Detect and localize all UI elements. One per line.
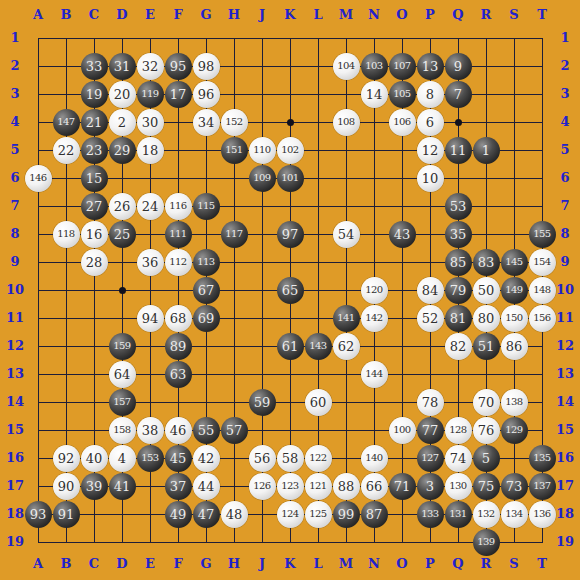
column-label: F <box>164 556 192 572</box>
column-label: S <box>500 556 528 572</box>
move-number: 73 <box>506 480 523 493</box>
move-number: 65 <box>282 284 299 297</box>
move-number: 14 <box>366 88 383 101</box>
column-label: D <box>108 7 136 23</box>
move-number: 11 <box>450 144 467 157</box>
move-number: 147 <box>57 117 74 127</box>
move-number: 39 <box>86 480 103 493</box>
move-number: 25 <box>114 228 131 241</box>
stone-white-98: 98 <box>193 53 220 80</box>
stone-white-146: 146 <box>25 165 52 192</box>
column-label: P <box>416 7 444 23</box>
stone-black-137: 137 <box>529 473 556 500</box>
stone-black-77: 77 <box>417 417 444 444</box>
move-number: 134 <box>505 509 522 519</box>
stone-black-85: 85 <box>445 249 472 276</box>
move-number: 12 <box>422 144 439 157</box>
column-label: G <box>192 556 220 572</box>
stone-white-74: 74 <box>445 445 472 472</box>
stone-white-48: 48 <box>221 501 248 528</box>
move-number: 137 <box>533 481 550 491</box>
move-number: 71 <box>394 480 411 493</box>
move-number: 146 <box>29 173 46 183</box>
move-number: 42 <box>198 452 215 465</box>
stone-black-113: 113 <box>193 249 220 276</box>
move-number: 116 <box>169 201 186 211</box>
stone-black-9: 9 <box>445 53 472 80</box>
stone-black-51: 51 <box>473 333 500 360</box>
stone-black-1: 1 <box>473 137 500 164</box>
move-number: 90 <box>58 480 75 493</box>
move-number: 31 <box>114 60 131 73</box>
column-label: K <box>276 7 304 23</box>
move-number: 51 <box>478 340 495 353</box>
stone-white-121: 121 <box>305 473 332 500</box>
move-number: 126 <box>253 481 270 491</box>
move-number: 32 <box>142 60 159 73</box>
stone-black-147: 147 <box>53 109 80 136</box>
column-label: H <box>220 556 248 572</box>
stone-white-106: 106 <box>389 109 416 136</box>
column-label: F <box>164 7 192 23</box>
stone-black-55: 55 <box>193 417 220 444</box>
move-number: 93 <box>30 508 47 521</box>
move-number: 19 <box>86 88 103 101</box>
stone-black-115: 115 <box>193 193 220 220</box>
stone-white-58: 58 <box>277 445 304 472</box>
move-number: 150 <box>505 313 522 323</box>
stone-black-19: 19 <box>81 81 108 108</box>
stone-black-49: 49 <box>165 501 192 528</box>
column-label: C <box>80 556 108 572</box>
move-number: 98 <box>198 60 215 73</box>
stone-black-39: 39 <box>81 473 108 500</box>
move-number: 133 <box>421 509 438 519</box>
move-number: 159 <box>113 341 130 351</box>
stone-white-50: 50 <box>473 277 500 304</box>
stone-black-127: 127 <box>417 445 444 472</box>
stone-black-83: 83 <box>473 249 500 276</box>
move-number: 26 <box>114 200 131 213</box>
move-number: 85 <box>450 256 467 269</box>
stone-black-151: 151 <box>221 137 248 164</box>
stone-black-7: 7 <box>445 81 472 108</box>
stone-white-36: 36 <box>137 249 164 276</box>
move-number: 138 <box>505 397 522 407</box>
column-label: T <box>528 556 556 572</box>
stone-black-11: 11 <box>445 137 472 164</box>
stone-white-34: 34 <box>193 109 220 136</box>
move-number: 103 <box>365 61 382 71</box>
move-number: 23 <box>86 144 103 157</box>
move-number: 17 <box>170 88 187 101</box>
move-number: 49 <box>170 508 187 521</box>
column-label: B <box>52 7 80 23</box>
move-number: 7 <box>454 88 462 101</box>
stone-black-93: 93 <box>25 501 52 528</box>
stone-black-25: 25 <box>109 221 136 248</box>
column-label: R <box>472 556 500 572</box>
move-number: 157 <box>113 397 130 407</box>
stone-white-142: 142 <box>361 305 388 332</box>
move-number: 130 <box>449 481 466 491</box>
move-number: 131 <box>449 509 466 519</box>
move-number: 37 <box>170 480 187 493</box>
stone-black-47: 47 <box>193 501 220 528</box>
move-number: 47 <box>198 508 215 521</box>
move-number: 61 <box>282 340 299 353</box>
stone-white-148: 148 <box>529 277 556 304</box>
move-number: 127 <box>421 453 438 463</box>
move-number: 154 <box>533 257 550 267</box>
stone-white-156: 156 <box>529 305 556 332</box>
column-label: L <box>304 556 332 572</box>
stone-black-79: 79 <box>445 277 472 304</box>
move-number: 135 <box>533 453 550 463</box>
stone-black-159: 159 <box>109 333 136 360</box>
stone-white-16: 16 <box>81 221 108 248</box>
move-number: 36 <box>142 256 159 269</box>
move-number: 74 <box>450 452 467 465</box>
move-number: 62 <box>338 340 355 353</box>
stone-black-91: 91 <box>53 501 80 528</box>
move-number: 54 <box>338 228 355 241</box>
stones-grid: 1234567891011121314151617181920212223242… <box>24 24 556 556</box>
column-label: B <box>52 556 80 572</box>
stone-white-66: 66 <box>361 473 388 500</box>
stone-white-54: 54 <box>333 221 360 248</box>
move-number: 66 <box>366 480 383 493</box>
stone-white-2: 2 <box>109 109 136 136</box>
move-number: 48 <box>226 508 243 521</box>
move-number: 57 <box>226 424 243 437</box>
move-number: 142 <box>365 313 382 323</box>
move-number: 82 <box>450 340 467 353</box>
move-number: 136 <box>533 509 550 519</box>
move-number: 50 <box>478 284 495 297</box>
column-label: D <box>108 556 136 572</box>
column-label: L <box>304 7 332 23</box>
column-label: P <box>416 556 444 572</box>
stone-black-111: 111 <box>165 221 192 248</box>
move-number: 158 <box>113 425 130 435</box>
stone-black-153: 153 <box>137 445 164 472</box>
stone-white-46: 46 <box>165 417 192 444</box>
stone-black-149: 149 <box>501 277 528 304</box>
stone-black-117: 117 <box>221 221 248 248</box>
stone-black-107: 107 <box>389 53 416 80</box>
move-number: 22 <box>58 144 75 157</box>
move-number: 121 <box>309 481 326 491</box>
stone-white-6: 6 <box>417 109 444 136</box>
move-number: 27 <box>86 200 103 213</box>
move-number: 81 <box>450 312 467 325</box>
move-number: 21 <box>86 116 103 129</box>
stone-black-81: 81 <box>445 305 472 332</box>
move-number: 68 <box>170 312 187 325</box>
move-number: 145 <box>505 257 522 267</box>
stone-black-41: 41 <box>109 473 136 500</box>
stone-white-30: 30 <box>137 109 164 136</box>
stone-white-130: 130 <box>445 473 472 500</box>
stone-white-158: 158 <box>109 417 136 444</box>
stone-white-44: 44 <box>193 473 220 500</box>
stone-white-144: 144 <box>361 361 388 388</box>
move-number: 105 <box>393 89 410 99</box>
stone-white-140: 140 <box>361 445 388 472</box>
stone-black-95: 95 <box>165 53 192 80</box>
stone-white-86: 86 <box>501 333 528 360</box>
move-number: 118 <box>57 229 74 239</box>
stone-white-154: 154 <box>529 249 556 276</box>
column-label: J <box>248 7 276 23</box>
stone-white-56: 56 <box>249 445 276 472</box>
stone-white-24: 24 <box>137 193 164 220</box>
move-number: 92 <box>58 452 75 465</box>
stone-white-96: 96 <box>193 81 220 108</box>
column-labels-bottom: ABCDEFGHJKLMNOPQRST <box>24 556 556 572</box>
stone-white-28: 28 <box>81 249 108 276</box>
stone-white-92: 92 <box>53 445 80 472</box>
stone-black-63: 63 <box>165 361 192 388</box>
stone-black-61: 61 <box>277 333 304 360</box>
move-number: 80 <box>478 312 495 325</box>
move-number: 56 <box>254 452 271 465</box>
stone-white-90: 90 <box>53 473 80 500</box>
move-number: 2 <box>118 116 126 129</box>
stone-white-138: 138 <box>501 389 528 416</box>
move-number: 46 <box>170 424 187 437</box>
stone-white-100: 100 <box>389 417 416 444</box>
stone-black-17: 17 <box>165 81 192 108</box>
stone-white-152: 152 <box>221 109 248 136</box>
stone-black-29: 29 <box>109 137 136 164</box>
move-number: 30 <box>142 116 159 129</box>
move-number: 143 <box>309 341 326 351</box>
move-number: 43 <box>394 228 411 241</box>
move-number: 44 <box>198 480 215 493</box>
move-number: 15 <box>86 172 103 185</box>
move-number: 8 <box>426 88 434 101</box>
move-number: 117 <box>225 229 242 239</box>
column-label: N <box>360 556 388 572</box>
move-number: 102 <box>281 145 298 155</box>
column-label: O <box>388 556 416 572</box>
stone-black-105: 105 <box>389 81 416 108</box>
move-number: 69 <box>198 312 215 325</box>
move-number: 64 <box>114 368 131 381</box>
column-label: M <box>332 556 360 572</box>
move-number: 76 <box>478 424 495 437</box>
stone-black-131: 131 <box>445 501 472 528</box>
column-label: N <box>360 7 388 23</box>
stone-black-33: 33 <box>81 53 108 80</box>
go-board: ABCDEFGHJKLMNOPQRST ABCDEFGHJKLMNOPQRST … <box>0 0 580 580</box>
stone-black-67: 67 <box>193 277 220 304</box>
stone-black-21: 21 <box>81 109 108 136</box>
column-label: T <box>528 7 556 23</box>
stone-white-102: 102 <box>277 137 304 164</box>
move-number: 40 <box>86 452 103 465</box>
move-number: 122 <box>309 453 326 463</box>
move-number: 129 <box>505 425 522 435</box>
move-number: 106 <box>393 117 410 127</box>
move-number: 95 <box>170 60 187 73</box>
move-number: 100 <box>393 425 410 435</box>
column-label: A <box>24 7 52 23</box>
stone-black-13: 13 <box>417 53 444 80</box>
move-number: 20 <box>114 88 131 101</box>
stone-white-20: 20 <box>109 81 136 108</box>
move-number: 6 <box>426 116 434 129</box>
stone-white-8: 8 <box>417 81 444 108</box>
move-number: 1 <box>482 144 490 157</box>
stone-black-65: 65 <box>277 277 304 304</box>
stone-black-101: 101 <box>277 165 304 192</box>
stone-white-136: 136 <box>529 501 556 528</box>
column-label: C <box>80 7 108 23</box>
move-number: 101 <box>281 173 298 183</box>
stone-black-3: 3 <box>417 473 444 500</box>
stone-white-125: 125 <box>305 501 332 528</box>
stone-black-57: 57 <box>221 417 248 444</box>
move-number: 113 <box>197 257 214 267</box>
move-number: 140 <box>365 453 382 463</box>
stone-black-15: 15 <box>81 165 108 192</box>
move-number: 55 <box>198 424 215 437</box>
stone-white-108: 108 <box>333 109 360 136</box>
move-number: 149 <box>505 285 522 295</box>
column-label: R <box>472 7 500 23</box>
move-number: 96 <box>198 88 215 101</box>
stone-black-97: 97 <box>277 221 304 248</box>
move-number: 13 <box>422 60 439 73</box>
move-number: 155 <box>533 229 550 239</box>
stone-black-53: 53 <box>445 193 472 220</box>
move-number: 123 <box>281 481 298 491</box>
move-number: 151 <box>225 145 242 155</box>
stone-black-143: 143 <box>305 333 332 360</box>
stone-black-69: 69 <box>193 305 220 332</box>
stone-white-64: 64 <box>109 361 136 388</box>
move-number: 99 <box>338 508 355 521</box>
stone-black-75: 75 <box>473 473 500 500</box>
stone-white-116: 116 <box>165 193 192 220</box>
column-label: J <box>248 556 276 572</box>
stone-black-45: 45 <box>165 445 192 472</box>
stone-white-128: 128 <box>445 417 472 444</box>
move-number: 59 <box>254 396 271 409</box>
move-number: 91 <box>58 508 75 521</box>
move-number: 119 <box>141 89 158 99</box>
stone-white-82: 82 <box>445 333 472 360</box>
move-number: 63 <box>170 368 187 381</box>
stone-black-103: 103 <box>361 53 388 80</box>
stone-white-76: 76 <box>473 417 500 444</box>
column-label: O <box>388 7 416 23</box>
move-number: 60 <box>310 396 327 409</box>
move-number: 94 <box>142 312 159 325</box>
move-number: 156 <box>533 313 550 323</box>
stone-black-135: 135 <box>529 445 556 472</box>
stone-white-60: 60 <box>305 389 332 416</box>
move-number: 41 <box>114 480 131 493</box>
stone-white-26: 26 <box>109 193 136 220</box>
stone-white-4: 4 <box>109 445 136 472</box>
stone-black-157: 157 <box>109 389 136 416</box>
stone-white-12: 12 <box>417 137 444 164</box>
move-number: 153 <box>141 453 158 463</box>
move-number: 34 <box>198 116 215 129</box>
stone-white-80: 80 <box>473 305 500 332</box>
move-number: 139 <box>477 537 494 547</box>
stone-black-71: 71 <box>389 473 416 500</box>
stone-white-70: 70 <box>473 389 500 416</box>
move-number: 109 <box>253 173 270 183</box>
move-number: 4 <box>118 452 126 465</box>
move-number: 29 <box>114 144 131 157</box>
star-point <box>455 119 462 126</box>
stone-black-145: 145 <box>501 249 528 276</box>
star-point <box>119 287 126 294</box>
stone-black-23: 23 <box>81 137 108 164</box>
stone-white-10: 10 <box>417 165 444 192</box>
stone-white-52: 52 <box>417 305 444 332</box>
column-label: Q <box>444 7 472 23</box>
stone-black-129: 129 <box>501 417 528 444</box>
stone-white-123: 123 <box>277 473 304 500</box>
move-number: 148 <box>533 285 550 295</box>
stone-black-139: 139 <box>473 529 500 556</box>
column-label: A <box>24 556 52 572</box>
move-number: 132 <box>477 509 494 519</box>
move-number: 112 <box>169 257 186 267</box>
move-number: 28 <box>86 256 103 269</box>
stone-white-14: 14 <box>361 81 388 108</box>
move-number: 3 <box>426 480 434 493</box>
stone-white-134: 134 <box>501 501 528 528</box>
stone-black-73: 73 <box>501 473 528 500</box>
move-number: 108 <box>337 117 354 127</box>
move-number: 10 <box>422 172 439 185</box>
stone-black-37: 37 <box>165 473 192 500</box>
column-label: G <box>192 7 220 23</box>
move-number: 45 <box>170 452 187 465</box>
stone-white-62: 62 <box>333 333 360 360</box>
move-number: 35 <box>450 228 467 241</box>
stone-white-120: 120 <box>361 277 388 304</box>
column-label: E <box>136 7 164 23</box>
stone-white-150: 150 <box>501 305 528 332</box>
column-labels-top: ABCDEFGHJKLMNOPQRST <box>24 7 556 23</box>
move-number: 52 <box>422 312 439 325</box>
move-number: 77 <box>422 424 439 437</box>
stone-white-32: 32 <box>137 53 164 80</box>
star-point <box>287 119 294 126</box>
move-number: 33 <box>86 60 103 73</box>
stone-black-43: 43 <box>389 221 416 248</box>
stone-white-38: 38 <box>137 417 164 444</box>
move-number: 9 <box>454 60 462 73</box>
move-number: 110 <box>253 145 270 155</box>
stone-black-133: 133 <box>417 501 444 528</box>
move-number: 115 <box>197 201 214 211</box>
move-number: 125 <box>309 509 326 519</box>
move-number: 24 <box>142 200 159 213</box>
stone-black-109: 109 <box>249 165 276 192</box>
move-number: 89 <box>170 340 187 353</box>
stone-white-94: 94 <box>137 305 164 332</box>
